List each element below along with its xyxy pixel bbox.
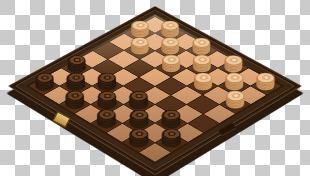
canvas-background [0,0,310,176]
checkers-board [8,6,302,175]
board-squares [25,15,285,165]
